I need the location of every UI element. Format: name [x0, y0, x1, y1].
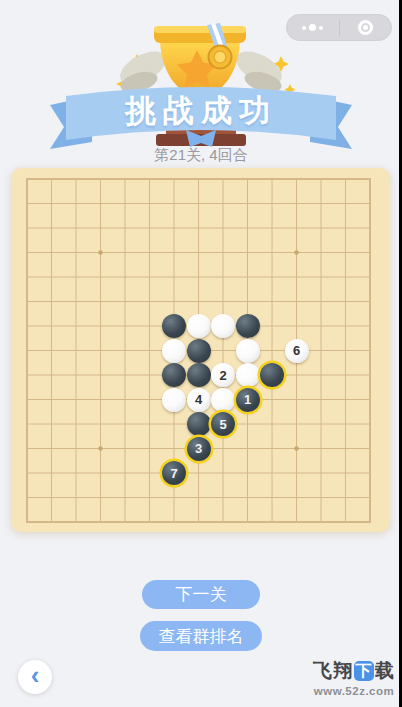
group-ranking-button[interactable]: 查看群排名 [140, 621, 262, 651]
back-button[interactable]: ‹ [18, 660, 52, 694]
next-level-button[interactable]: 下一关 [142, 580, 260, 609]
more-button[interactable] [287, 15, 339, 40]
level-subtitle: 第21关, 4回合 [0, 146, 402, 165]
watermark-brand-boxed: 下 [354, 661, 374, 681]
stone-black [187, 339, 211, 363]
stone-black [187, 412, 211, 436]
stone-black [162, 314, 186, 338]
screen: 挑战成功 第21关, 4回合 6241537 下一关 查看群排名 ‹ 飞翔 下 … [0, 0, 402, 707]
stone-black [260, 363, 284, 387]
more-dots-icon [302, 24, 323, 31]
stone-white [162, 339, 186, 363]
board-stones: 6241537 [11, 168, 390, 532]
wechat-capsule[interactable] [286, 14, 392, 41]
stone-white [211, 314, 235, 338]
exit-target-icon [358, 20, 373, 35]
watermark: 飞翔 下 载 www.52z.com [313, 658, 395, 697]
stone-white [236, 363, 260, 387]
stone-black [187, 363, 211, 387]
stone-white [162, 388, 186, 412]
stone-white [236, 339, 260, 363]
stone-white-move-2: 2 [211, 363, 235, 387]
stone-white-move-4: 4 [187, 388, 211, 412]
watermark-brand-right: 载 [375, 658, 395, 684]
watermark-url: www.52z.com [313, 685, 395, 697]
exit-button[interactable] [340, 15, 392, 40]
watermark-brand-left: 飞翔 [313, 658, 353, 684]
stone-black-move-3: 3 [187, 437, 211, 461]
stone-black [162, 363, 186, 387]
stone-black-move-5: 5 [211, 412, 235, 436]
stone-white [187, 314, 211, 338]
stone-black [236, 314, 260, 338]
watermark-brand: 飞翔 下 载 [313, 658, 395, 684]
stone-black-move-1: 1 [236, 388, 260, 412]
stone-white-move-6: 6 [285, 339, 309, 363]
stone-white [211, 388, 235, 412]
banner-title: 挑战成功 [0, 90, 402, 132]
stone-black-move-7: 7 [162, 461, 186, 485]
gomoku-board: 6241537 [11, 168, 390, 532]
chevron-left-icon: ‹ [31, 662, 40, 688]
